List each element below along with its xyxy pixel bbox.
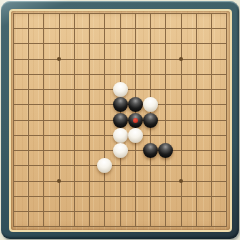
grid-line-horizontal xyxy=(13,196,228,197)
board-frame xyxy=(1,1,239,239)
gomoku-board[interactable] xyxy=(11,11,230,230)
star-point xyxy=(57,57,61,61)
black-stone xyxy=(128,97,143,112)
grid-line-vertical xyxy=(211,13,212,228)
black-stone xyxy=(158,143,173,158)
black-stone xyxy=(113,97,128,112)
star-point xyxy=(57,179,61,183)
last-move-marker xyxy=(133,118,138,123)
white-stone xyxy=(113,128,128,143)
white-stone xyxy=(113,143,128,158)
grid-line-horizontal xyxy=(13,226,228,227)
black-stone xyxy=(143,113,158,128)
game-screen xyxy=(0,0,240,240)
black-stone xyxy=(143,143,158,158)
white-stone xyxy=(97,158,112,173)
white-stone xyxy=(143,97,158,112)
star-point xyxy=(179,57,183,61)
grid-line-vertical xyxy=(226,13,227,228)
white-stone xyxy=(113,82,128,97)
grid-line-horizontal xyxy=(13,211,228,212)
black-stone xyxy=(113,113,128,128)
white-stone xyxy=(128,128,143,143)
star-point xyxy=(179,179,183,183)
